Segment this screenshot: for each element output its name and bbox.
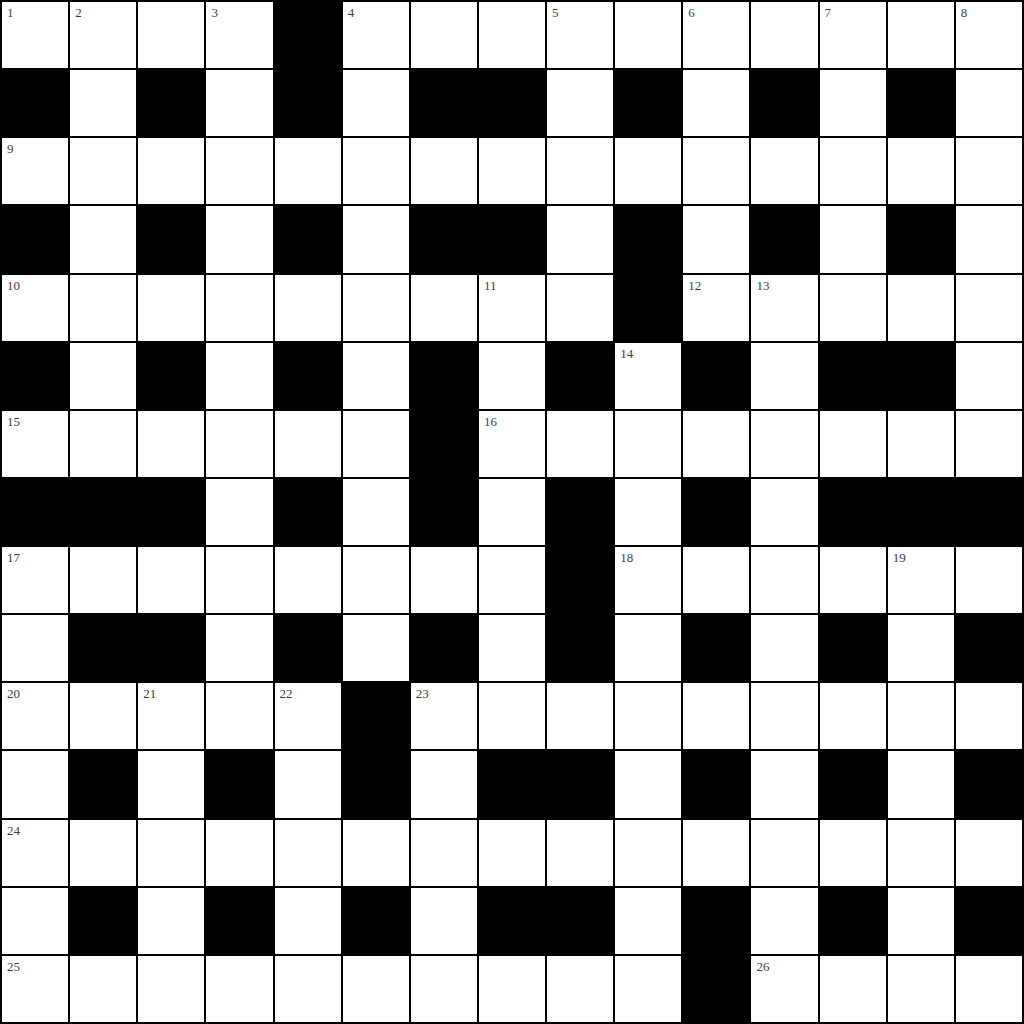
cell-r1c9[interactable]: 5	[547, 2, 613, 68]
black-cell-r10c5	[275, 615, 341, 681]
black-cell-r14c9	[547, 888, 613, 954]
cell-r5c13[interactable]	[820, 275, 886, 341]
cell-r15c4[interactable]	[206, 956, 272, 1022]
black-cell-r8c9	[547, 479, 613, 545]
cell-r11c11[interactable]	[683, 683, 749, 749]
cell-r15c1[interactable]: 25	[2, 956, 68, 1022]
cell-r5c12[interactable]: 13	[751, 275, 817, 341]
cell-r13c3[interactable]	[138, 820, 204, 886]
cell-r4c6[interactable]	[343, 206, 409, 272]
cell-r1c14[interactable]	[888, 2, 954, 68]
black-cell-r10c3	[138, 615, 204, 681]
cell-r9c1[interactable]: 17	[2, 547, 68, 613]
black-cell-r10c11	[683, 615, 749, 681]
cell-r15c15[interactable]	[956, 956, 1022, 1022]
cell-r7c12[interactable]	[751, 411, 817, 477]
clue-number-15: 15	[7, 415, 20, 428]
cell-r9c3[interactable]	[138, 547, 204, 613]
cell-r9c8[interactable]	[479, 547, 545, 613]
black-cell-r8c2	[70, 479, 136, 545]
black-cell-r6c7	[411, 343, 477, 409]
cell-r13c7[interactable]	[411, 820, 477, 886]
black-cell-r8c14	[888, 479, 954, 545]
cell-r3c11[interactable]	[683, 138, 749, 204]
cell-r12c5[interactable]	[275, 751, 341, 817]
black-cell-r6c1	[2, 343, 68, 409]
cell-r1c11[interactable]: 6	[683, 2, 749, 68]
cell-r13c14[interactable]	[888, 820, 954, 886]
black-cell-r10c9	[547, 615, 613, 681]
cell-r14c14[interactable]	[888, 888, 954, 954]
cell-r8c10[interactable]	[615, 479, 681, 545]
cell-r10c1[interactable]	[2, 615, 68, 681]
cell-r5c3[interactable]	[138, 275, 204, 341]
cell-r4c2[interactable]	[70, 206, 136, 272]
cell-r13c1[interactable]: 24	[2, 820, 68, 886]
cell-r11c15[interactable]	[956, 683, 1022, 749]
cell-r9c6[interactable]	[343, 547, 409, 613]
black-cell-r8c7	[411, 479, 477, 545]
cell-r1c12[interactable]	[751, 2, 817, 68]
cell-r1c15[interactable]: 8	[956, 2, 1022, 68]
black-cell-r2c10	[615, 70, 681, 136]
cell-r5c11[interactable]: 12	[683, 275, 749, 341]
cell-r3c9[interactable]	[547, 138, 613, 204]
black-cell-r11c6	[343, 683, 409, 749]
cell-r7c2[interactable]	[70, 411, 136, 477]
black-cell-r2c5	[275, 70, 341, 136]
cell-r15c12[interactable]: 26	[751, 956, 817, 1022]
cell-r13c2[interactable]	[70, 820, 136, 886]
cell-r5c4[interactable]	[206, 275, 272, 341]
black-cell-r10c13	[820, 615, 886, 681]
cell-r2c6[interactable]	[343, 70, 409, 136]
cell-r15c9[interactable]	[547, 956, 613, 1022]
black-cell-r2c1	[2, 70, 68, 136]
cell-r6c8[interactable]	[479, 343, 545, 409]
cell-r4c11[interactable]	[683, 206, 749, 272]
cell-r6c2[interactable]	[70, 343, 136, 409]
black-cell-r8c1	[2, 479, 68, 545]
black-cell-r7c7	[411, 411, 477, 477]
clue-number-5: 5	[552, 6, 559, 19]
cell-r10c12[interactable]	[751, 615, 817, 681]
black-cell-r8c5	[275, 479, 341, 545]
black-cell-r8c13	[820, 479, 886, 545]
cell-r5c6[interactable]	[343, 275, 409, 341]
cell-r10c10[interactable]	[615, 615, 681, 681]
cell-r6c12[interactable]	[751, 343, 817, 409]
cell-r7c10[interactable]	[615, 411, 681, 477]
cell-r14c3[interactable]	[138, 888, 204, 954]
cell-r2c2[interactable]	[70, 70, 136, 136]
cell-r5c9[interactable]	[547, 275, 613, 341]
cell-r7c8[interactable]: 16	[479, 411, 545, 477]
cell-r11c3[interactable]: 21	[138, 683, 204, 749]
black-cell-r6c14	[888, 343, 954, 409]
clue-number-22: 22	[280, 687, 293, 700]
cell-r9c2[interactable]	[70, 547, 136, 613]
clue-number-17: 17	[7, 551, 20, 564]
clue-number-13: 13	[756, 279, 769, 292]
cell-r15c7[interactable]	[411, 956, 477, 1022]
black-cell-r4c5	[275, 206, 341, 272]
cell-r15c14[interactable]	[888, 956, 954, 1022]
cell-r6c10[interactable]: 14	[615, 343, 681, 409]
clue-number-10: 10	[7, 279, 20, 292]
clue-number-3: 3	[211, 6, 218, 19]
black-cell-r8c15	[956, 479, 1022, 545]
black-cell-r8c3	[138, 479, 204, 545]
black-cell-r9c9	[547, 547, 613, 613]
black-cell-r4c1	[2, 206, 68, 272]
cell-r7c1[interactable]: 15	[2, 411, 68, 477]
cell-r9c11[interactable]	[683, 547, 749, 613]
clue-number-4: 4	[348, 6, 355, 19]
cell-r1c6[interactable]: 4	[343, 2, 409, 68]
cell-r7c15[interactable]	[956, 411, 1022, 477]
clue-number-12: 12	[688, 279, 701, 292]
cell-r7c11[interactable]	[683, 411, 749, 477]
black-cell-r5c10	[615, 275, 681, 341]
cell-r7c5[interactable]	[275, 411, 341, 477]
black-cell-r2c3	[138, 70, 204, 136]
black-cell-r4c10	[615, 206, 681, 272]
cell-r1c3[interactable]	[138, 2, 204, 68]
clue-number-14: 14	[620, 347, 633, 360]
cell-r13c9[interactable]	[547, 820, 613, 886]
cell-r1c1[interactable]: 1	[2, 2, 68, 68]
cell-r14c7[interactable]	[411, 888, 477, 954]
black-cell-r12c11	[683, 751, 749, 817]
cell-r11c10[interactable]	[615, 683, 681, 749]
black-cell-r10c2	[70, 615, 136, 681]
cell-r9c14[interactable]: 19	[888, 547, 954, 613]
cell-r15c2[interactable]	[70, 956, 136, 1022]
black-cell-r12c2	[70, 751, 136, 817]
cell-r9c12[interactable]	[751, 547, 817, 613]
cell-r9c4[interactable]	[206, 547, 272, 613]
cell-r15c3[interactable]	[138, 956, 204, 1022]
cell-r8c6[interactable]	[343, 479, 409, 545]
cell-r7c3[interactable]	[138, 411, 204, 477]
black-cell-r14c2	[70, 888, 136, 954]
black-cell-r12c9	[547, 751, 613, 817]
cell-r3c3[interactable]	[138, 138, 204, 204]
cell-r6c4[interactable]	[206, 343, 272, 409]
black-cell-r12c8	[479, 751, 545, 817]
cell-r3c8[interactable]	[479, 138, 545, 204]
cell-r3c14[interactable]	[888, 138, 954, 204]
cell-r5c15[interactable]	[956, 275, 1022, 341]
cell-r3c1[interactable]: 9	[2, 138, 68, 204]
cell-r4c15[interactable]	[956, 206, 1022, 272]
black-cell-r4c12	[751, 206, 817, 272]
black-cell-r4c14	[888, 206, 954, 272]
cell-r7c13[interactable]	[820, 411, 886, 477]
cell-r14c10[interactable]	[615, 888, 681, 954]
cell-r4c13[interactable]	[820, 206, 886, 272]
cell-r13c10[interactable]	[615, 820, 681, 886]
cell-r9c10[interactable]: 18	[615, 547, 681, 613]
black-cell-r4c7	[411, 206, 477, 272]
cell-r11c9[interactable]	[547, 683, 613, 749]
black-cell-r6c5	[275, 343, 341, 409]
cell-r8c8[interactable]	[479, 479, 545, 545]
clue-number-16: 16	[484, 415, 497, 428]
cell-r12c10[interactable]	[615, 751, 681, 817]
black-cell-r2c8	[479, 70, 545, 136]
black-cell-r14c11	[683, 888, 749, 954]
cell-r13c13[interactable]	[820, 820, 886, 886]
clue-number-21: 21	[143, 687, 156, 700]
cell-r5c8[interactable]: 11	[479, 275, 545, 341]
cell-r3c4[interactable]	[206, 138, 272, 204]
cell-r15c6[interactable]	[343, 956, 409, 1022]
cell-r3c6[interactable]	[343, 138, 409, 204]
clue-number-1: 1	[7, 6, 14, 19]
cell-r1c7[interactable]	[411, 2, 477, 68]
black-cell-r2c7	[411, 70, 477, 136]
black-cell-r1c5	[275, 2, 341, 68]
crossword-grid: 1234567891011121314151617181920212223242…	[0, 0, 1024, 1024]
black-cell-r4c8	[479, 206, 545, 272]
black-cell-r14c6	[343, 888, 409, 954]
cell-r2c4[interactable]	[206, 70, 272, 136]
cell-r14c5[interactable]	[275, 888, 341, 954]
black-cell-r2c14	[888, 70, 954, 136]
cell-r7c6[interactable]	[343, 411, 409, 477]
cell-r1c13[interactable]: 7	[820, 2, 886, 68]
cell-r1c10[interactable]	[615, 2, 681, 68]
cell-r1c4[interactable]: 3	[206, 2, 272, 68]
cell-r3c7[interactable]	[411, 138, 477, 204]
cell-r15c10[interactable]	[615, 956, 681, 1022]
cell-r5c5[interactable]	[275, 275, 341, 341]
cell-r4c9[interactable]	[547, 206, 613, 272]
cell-r5c7[interactable]	[411, 275, 477, 341]
cell-r10c8[interactable]	[479, 615, 545, 681]
cell-r13c6[interactable]	[343, 820, 409, 886]
clue-number-8: 8	[961, 6, 968, 19]
cell-r5c14[interactable]	[888, 275, 954, 341]
cell-r13c12[interactable]	[751, 820, 817, 886]
cell-r3c13[interactable]	[820, 138, 886, 204]
black-cell-r8c11	[683, 479, 749, 545]
cell-r12c14[interactable]	[888, 751, 954, 817]
black-cell-r12c4	[206, 751, 272, 817]
cell-r9c15[interactable]	[956, 547, 1022, 613]
clue-number-20: 20	[7, 687, 20, 700]
cell-r1c8[interactable]	[479, 2, 545, 68]
cell-r13c5[interactable]	[275, 820, 341, 886]
cell-r7c14[interactable]	[888, 411, 954, 477]
cell-r11c14[interactable]	[888, 683, 954, 749]
clue-number-9: 9	[7, 142, 14, 155]
cell-r3c15[interactable]	[956, 138, 1022, 204]
black-cell-r12c6	[343, 751, 409, 817]
black-cell-r15c11	[683, 956, 749, 1022]
clue-number-7: 7	[825, 6, 832, 19]
black-cell-r12c13	[820, 751, 886, 817]
cell-r11c5[interactable]: 22	[275, 683, 341, 749]
cell-r11c12[interactable]	[751, 683, 817, 749]
cell-r12c3[interactable]	[138, 751, 204, 817]
cell-r8c12[interactable]	[751, 479, 817, 545]
cell-r12c12[interactable]	[751, 751, 817, 817]
cell-r11c13[interactable]	[820, 683, 886, 749]
cell-r13c11[interactable]	[683, 820, 749, 886]
cell-r15c8[interactable]	[479, 956, 545, 1022]
cell-r15c13[interactable]	[820, 956, 886, 1022]
clue-number-26: 26	[756, 960, 769, 973]
black-cell-r6c11	[683, 343, 749, 409]
cell-r2c11[interactable]	[683, 70, 749, 136]
black-cell-r6c9	[547, 343, 613, 409]
black-cell-r10c7	[411, 615, 477, 681]
cell-r13c15[interactable]	[956, 820, 1022, 886]
black-cell-r2c12	[751, 70, 817, 136]
cell-r9c13[interactable]	[820, 547, 886, 613]
cell-r3c12[interactable]	[751, 138, 817, 204]
black-cell-r12c15	[956, 751, 1022, 817]
clue-number-18: 18	[620, 551, 633, 564]
cell-r4c4[interactable]	[206, 206, 272, 272]
black-cell-r6c3	[138, 343, 204, 409]
cell-r2c15[interactable]	[956, 70, 1022, 136]
cell-r11c7[interactable]: 23	[411, 683, 477, 749]
clue-number-19: 19	[893, 551, 906, 564]
cell-r5c1[interactable]: 10	[2, 275, 68, 341]
cell-r11c2[interactable]	[70, 683, 136, 749]
cell-r13c8[interactable]	[479, 820, 545, 886]
cell-r9c5[interactable]	[275, 547, 341, 613]
black-cell-r14c4	[206, 888, 272, 954]
cell-r11c4[interactable]	[206, 683, 272, 749]
cell-r3c10[interactable]	[615, 138, 681, 204]
cell-r6c6[interactable]	[343, 343, 409, 409]
black-cell-r14c8	[479, 888, 545, 954]
black-cell-r4c3	[138, 206, 204, 272]
cell-r5c2[interactable]	[70, 275, 136, 341]
cell-r10c6[interactable]	[343, 615, 409, 681]
cell-r7c4[interactable]	[206, 411, 272, 477]
cell-r2c9[interactable]	[547, 70, 613, 136]
cell-r3c2[interactable]	[70, 138, 136, 204]
cell-r14c12[interactable]	[751, 888, 817, 954]
cell-r3c5[interactable]	[275, 138, 341, 204]
cell-r9c7[interactable]	[411, 547, 477, 613]
black-cell-r6c13	[820, 343, 886, 409]
cell-r6c15[interactable]	[956, 343, 1022, 409]
clue-number-23: 23	[416, 687, 429, 700]
clue-number-11: 11	[484, 279, 497, 292]
black-cell-r10c15	[956, 615, 1022, 681]
clue-number-2: 2	[75, 6, 82, 19]
clue-number-24: 24	[7, 824, 20, 837]
cell-r8c4[interactable]	[206, 479, 272, 545]
cell-r7c9[interactable]	[547, 411, 613, 477]
cell-r11c1[interactable]: 20	[2, 683, 68, 749]
cell-r2c13[interactable]	[820, 70, 886, 136]
cell-r12c7[interactable]	[411, 751, 477, 817]
black-cell-r14c15	[956, 888, 1022, 954]
black-cell-r14c13	[820, 888, 886, 954]
cell-r12c1[interactable]	[2, 751, 68, 817]
cell-r10c4[interactable]	[206, 615, 272, 681]
cell-r13c4[interactable]	[206, 820, 272, 886]
cell-r14c1[interactable]	[2, 888, 68, 954]
cell-r1c2[interactable]: 2	[70, 2, 136, 68]
clue-number-25: 25	[7, 960, 20, 973]
cell-r11c8[interactable]	[479, 683, 545, 749]
cell-r15c5[interactable]	[275, 956, 341, 1022]
clue-number-6: 6	[688, 6, 695, 19]
cell-r10c14[interactable]	[888, 615, 954, 681]
